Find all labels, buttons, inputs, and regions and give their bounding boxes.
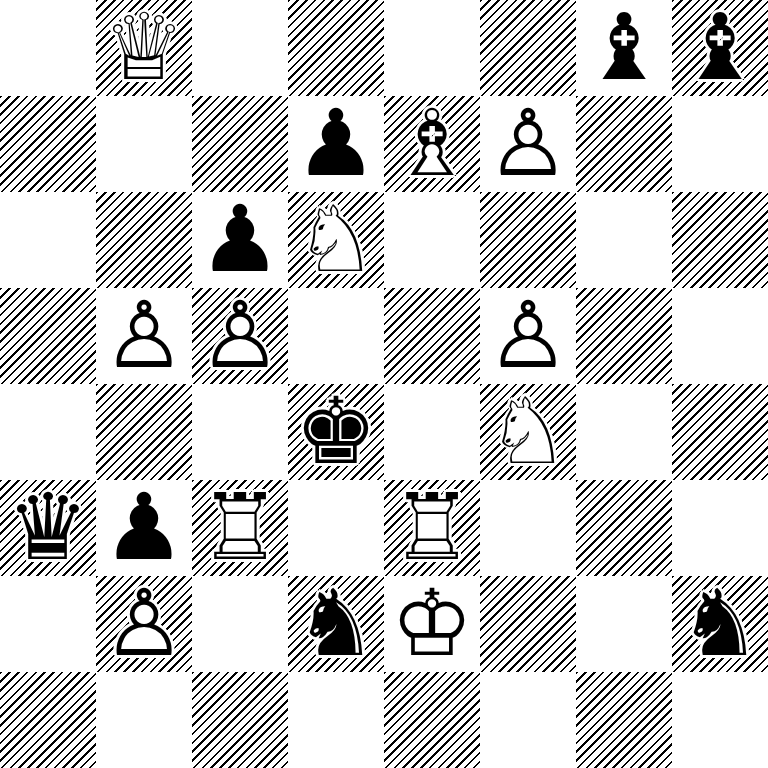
white-pawn-piece: ♙ xyxy=(192,288,288,384)
square-g5[interactable] xyxy=(576,288,672,384)
piece-halo: ♟ xyxy=(288,96,384,192)
piece-halo: ♝ xyxy=(576,0,672,96)
square-h2[interactable]: ♞♞ xyxy=(672,576,768,672)
square-a6[interactable] xyxy=(0,192,96,288)
square-h5[interactable] xyxy=(672,288,768,384)
black-knight-piece: ♞ xyxy=(672,576,768,672)
square-f5[interactable]: ♟♙ xyxy=(480,288,576,384)
square-c3[interactable]: ♜♖ xyxy=(192,480,288,576)
square-a2[interactable] xyxy=(0,576,96,672)
piece-halo: ♟ xyxy=(192,288,288,384)
square-f7[interactable]: ♟♙ xyxy=(480,96,576,192)
piece-halo: ♜ xyxy=(384,480,480,576)
square-c1[interactable] xyxy=(192,672,288,768)
piece-halo: ♟ xyxy=(192,192,288,288)
square-e5[interactable] xyxy=(384,288,480,384)
square-d4[interactable]: ♚♚ xyxy=(288,384,384,480)
square-d5[interactable] xyxy=(288,288,384,384)
piece-halo: ♚ xyxy=(288,384,384,480)
piece-halo: ♝ xyxy=(384,96,480,192)
square-a5[interactable] xyxy=(0,288,96,384)
square-a3[interactable]: ♛♛ xyxy=(0,480,96,576)
piece-halo: ♟ xyxy=(96,576,192,672)
square-b6[interactable] xyxy=(96,192,192,288)
black-king-piece: ♚ xyxy=(288,384,384,480)
square-e2[interactable]: ♚♔ xyxy=(384,576,480,672)
white-pawn-piece: ♙ xyxy=(480,96,576,192)
piece-halo: ♝ xyxy=(672,0,768,96)
square-e8[interactable] xyxy=(384,0,480,96)
white-rook-piece: ♖ xyxy=(384,480,480,576)
square-a8[interactable] xyxy=(0,0,96,96)
square-h3[interactable] xyxy=(672,480,768,576)
piece-halo: ♟ xyxy=(480,288,576,384)
square-e3[interactable]: ♜♖ xyxy=(384,480,480,576)
piece-halo: ♞ xyxy=(672,576,768,672)
chess-board: ♛♕♝♝♝♝♟♟♝♗♟♙♟♟♞♘♟♙♟♙♟♙♚♚♞♘♛♛♟♟♜♖♜♖♟♙♞♞♚♔… xyxy=(0,0,768,768)
square-f4[interactable]: ♞♘ xyxy=(480,384,576,480)
square-b5[interactable]: ♟♙ xyxy=(96,288,192,384)
square-f6[interactable] xyxy=(480,192,576,288)
square-h1[interactable] xyxy=(672,672,768,768)
white-pawn-piece: ♙ xyxy=(480,288,576,384)
white-knight-piece: ♘ xyxy=(480,384,576,480)
square-d7[interactable]: ♟♟ xyxy=(288,96,384,192)
square-b2[interactable]: ♟♙ xyxy=(96,576,192,672)
square-g6[interactable] xyxy=(576,192,672,288)
square-h6[interactable] xyxy=(672,192,768,288)
square-e7[interactable]: ♝♗ xyxy=(384,96,480,192)
white-knight-piece: ♘ xyxy=(288,192,384,288)
square-e6[interactable] xyxy=(384,192,480,288)
black-pawn-piece: ♟ xyxy=(96,480,192,576)
black-queen-piece: ♛ xyxy=(0,480,96,576)
square-a4[interactable] xyxy=(0,384,96,480)
square-g8[interactable]: ♝♝ xyxy=(576,0,672,96)
piece-halo: ♛ xyxy=(96,0,192,96)
square-a1[interactable] xyxy=(0,672,96,768)
square-e1[interactable] xyxy=(384,672,480,768)
black-bishop-piece: ♝ xyxy=(672,0,768,96)
square-c6[interactable]: ♟♟ xyxy=(192,192,288,288)
square-c8[interactable] xyxy=(192,0,288,96)
square-f8[interactable] xyxy=(480,0,576,96)
black-bishop-piece: ♝ xyxy=(576,0,672,96)
black-pawn-piece: ♟ xyxy=(288,96,384,192)
square-c7[interactable] xyxy=(192,96,288,192)
square-h4[interactable] xyxy=(672,384,768,480)
white-pawn-piece: ♙ xyxy=(96,576,192,672)
square-b1[interactable] xyxy=(96,672,192,768)
square-b8[interactable]: ♛♕ xyxy=(96,0,192,96)
square-g2[interactable] xyxy=(576,576,672,672)
square-f3[interactable] xyxy=(480,480,576,576)
piece-halo: ♚ xyxy=(384,576,480,672)
square-h8[interactable]: ♝♝ xyxy=(672,0,768,96)
square-d6[interactable]: ♞♘ xyxy=(288,192,384,288)
piece-halo: ♜ xyxy=(192,480,288,576)
square-b4[interactable] xyxy=(96,384,192,480)
square-d3[interactable] xyxy=(288,480,384,576)
square-d8[interactable] xyxy=(288,0,384,96)
piece-halo: ♞ xyxy=(480,384,576,480)
square-a7[interactable] xyxy=(0,96,96,192)
square-b3[interactable]: ♟♟ xyxy=(96,480,192,576)
square-h7[interactable] xyxy=(672,96,768,192)
square-b7[interactable] xyxy=(96,96,192,192)
piece-halo: ♛ xyxy=(0,480,96,576)
square-d1[interactable] xyxy=(288,672,384,768)
black-knight-piece: ♞ xyxy=(288,576,384,672)
white-bishop-piece: ♗ xyxy=(384,96,480,192)
piece-halo: ♟ xyxy=(480,96,576,192)
square-c5[interactable]: ♟♙ xyxy=(192,288,288,384)
square-c4[interactable] xyxy=(192,384,288,480)
piece-halo: ♟ xyxy=(96,288,192,384)
square-g7[interactable] xyxy=(576,96,672,192)
white-queen-piece: ♕ xyxy=(96,0,192,96)
square-g4[interactable] xyxy=(576,384,672,480)
white-king-piece: ♔ xyxy=(384,576,480,672)
square-d2[interactable]: ♞♞ xyxy=(288,576,384,672)
square-c2[interactable] xyxy=(192,576,288,672)
square-g3[interactable] xyxy=(576,480,672,576)
square-e4[interactable] xyxy=(384,384,480,480)
white-rook-piece: ♖ xyxy=(192,480,288,576)
piece-halo: ♞ xyxy=(288,192,384,288)
black-pawn-piece: ♟ xyxy=(192,192,288,288)
square-g1[interactable] xyxy=(576,672,672,768)
square-f2[interactable] xyxy=(480,576,576,672)
piece-halo: ♞ xyxy=(288,576,384,672)
white-pawn-piece: ♙ xyxy=(96,288,192,384)
square-f1[interactable] xyxy=(480,672,576,768)
piece-halo: ♟ xyxy=(96,480,192,576)
